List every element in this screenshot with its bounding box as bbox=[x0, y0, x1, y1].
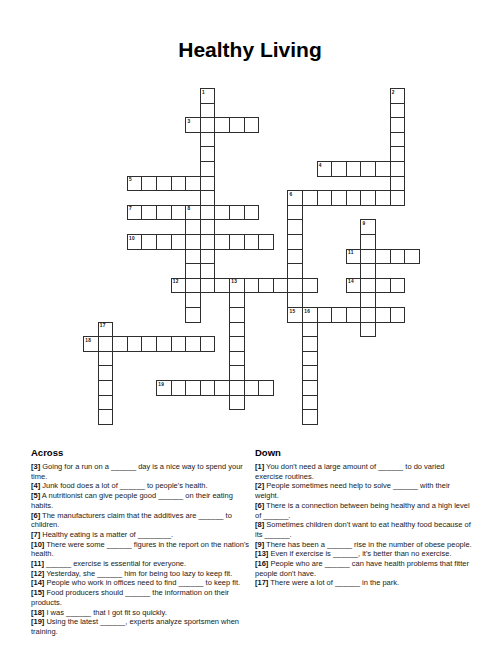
down-clue-list: [1] You don't need a large amount of ___… bbox=[255, 462, 473, 588]
cell-number: 18 bbox=[85, 338, 91, 343]
grid-cell[interactable] bbox=[171, 205, 187, 221]
grid-cell[interactable] bbox=[360, 278, 376, 294]
grid-cell[interactable] bbox=[200, 380, 216, 396]
grid-cell[interactable] bbox=[156, 205, 172, 221]
grid-cell[interactable] bbox=[302, 365, 318, 381]
grid-cell[interactable] bbox=[171, 336, 187, 352]
grid-cell[interactable] bbox=[214, 117, 230, 133]
grid-cell[interactable] bbox=[302, 351, 318, 367]
grid-cell[interactable] bbox=[360, 322, 376, 338]
clue-number: [6] bbox=[255, 501, 264, 510]
grid-cell[interactable] bbox=[200, 249, 216, 265]
grid-cell[interactable]: 11 bbox=[346, 249, 362, 265]
grid-cell[interactable] bbox=[200, 205, 216, 221]
grid-cell[interactable] bbox=[171, 380, 187, 396]
grid-cell[interactable]: 10 bbox=[127, 234, 143, 250]
grid-cell[interactable] bbox=[185, 292, 201, 308]
grid-cell[interactable]: 4 bbox=[317, 161, 333, 177]
grid-cell[interactable] bbox=[244, 117, 260, 133]
clue: [3] Going for a run on a ______ day is a… bbox=[31, 462, 251, 481]
grid-cell[interactable] bbox=[360, 307, 376, 323]
clue: [11] ______ exercise is essential for ev… bbox=[31, 559, 251, 569]
clue-number: [10] bbox=[31, 540, 44, 549]
grid-cell[interactable] bbox=[287, 263, 303, 279]
grid-cell[interactable] bbox=[229, 292, 245, 308]
clue: [17] There were a lot of ______ in the p… bbox=[255, 578, 473, 588]
grid-cell[interactable]: 6 bbox=[287, 190, 303, 206]
grid-cell[interactable] bbox=[185, 234, 201, 250]
grid-cell[interactable] bbox=[98, 409, 114, 425]
clue: [4] Junk food does a lot of ______ to pe… bbox=[31, 481, 251, 491]
clue-number: [4] bbox=[31, 481, 40, 490]
down-header: Down bbox=[255, 447, 473, 458]
clue: [7] Healthy eating is a matter of ______… bbox=[31, 530, 251, 540]
clue-number: [7] bbox=[31, 530, 40, 539]
grid-cell[interactable] bbox=[287, 278, 303, 294]
grid-cell[interactable]: 1 bbox=[200, 88, 216, 104]
grid-cell[interactable] bbox=[229, 307, 245, 323]
across-clues-section: Across [3] Going for a run on a ______ d… bbox=[31, 447, 251, 637]
grid-cell[interactable] bbox=[404, 249, 420, 265]
grid-cell[interactable] bbox=[200, 263, 216, 279]
clue: [8] Sometimes children don't want to eat… bbox=[255, 520, 473, 539]
grid-cell[interactable] bbox=[287, 205, 303, 221]
grid-cell[interactable] bbox=[390, 103, 406, 119]
grid-cell[interactable] bbox=[331, 190, 347, 206]
across-clue-list: [3] Going for a run on a ______ day is a… bbox=[31, 462, 251, 637]
cell-number: 7 bbox=[129, 206, 132, 211]
grid-cell[interactable] bbox=[360, 234, 376, 250]
grid-cell[interactable]: 14 bbox=[346, 278, 362, 294]
clue: [15] Food producers should ______ the in… bbox=[31, 588, 251, 607]
puzzle-title: Healthy Living bbox=[0, 38, 500, 62]
cell-number: 8 bbox=[187, 206, 190, 211]
grid-cell[interactable] bbox=[331, 307, 347, 323]
clue: [14] People who work in offices need to … bbox=[31, 578, 251, 588]
grid-cell[interactable] bbox=[360, 190, 376, 206]
grid-cell[interactable] bbox=[214, 234, 230, 250]
grid-cell[interactable] bbox=[156, 176, 172, 192]
grid-cell[interactable] bbox=[214, 380, 230, 396]
grid-cell[interactable] bbox=[302, 278, 318, 294]
grid-cell[interactable] bbox=[141, 234, 157, 250]
grid-cell[interactable]: 3 bbox=[185, 117, 201, 133]
grid-cell[interactable] bbox=[185, 219, 201, 235]
cell-number: 14 bbox=[348, 279, 354, 284]
clue: [18] I was ______ that I got fit so quic… bbox=[31, 608, 251, 618]
clue: [1] You don't need a large amount of ___… bbox=[255, 462, 473, 481]
crossword-grid: 12345678910111213141516171819 bbox=[83, 88, 421, 426]
grid-cell[interactable] bbox=[229, 336, 245, 352]
cell-number: 19 bbox=[158, 382, 164, 387]
grid-cell[interactable] bbox=[229, 365, 245, 381]
grid-cell[interactable] bbox=[244, 205, 260, 221]
cell-number: 12 bbox=[173, 279, 179, 284]
grid-cell[interactable] bbox=[375, 278, 391, 294]
grid-cell[interactable] bbox=[390, 176, 406, 192]
grid-cell[interactable] bbox=[156, 234, 172, 250]
grid-cell[interactable] bbox=[375, 190, 391, 206]
clue-number: [2] bbox=[255, 481, 264, 490]
cell-number: 4 bbox=[319, 163, 322, 168]
grid-cell[interactable] bbox=[141, 336, 157, 352]
grid-cell[interactable] bbox=[185, 380, 201, 396]
grid-cell[interactable] bbox=[258, 234, 274, 250]
cell-number: 3 bbox=[187, 119, 190, 124]
cell-number: 9 bbox=[363, 221, 366, 226]
clue: [13] Even if exercise is ______, it's be… bbox=[255, 549, 473, 559]
grid-cell[interactable]: 2 bbox=[390, 88, 406, 104]
grid-cell[interactable] bbox=[273, 278, 289, 294]
clue-number: [8] bbox=[255, 520, 264, 529]
grid-cell[interactable]: 16 bbox=[302, 307, 318, 323]
grid-cell[interactable] bbox=[171, 234, 187, 250]
grid-cell[interactable] bbox=[346, 190, 362, 206]
grid-cell[interactable]: 13 bbox=[229, 278, 245, 294]
grid-cell[interactable] bbox=[317, 307, 333, 323]
grid-cell[interactable] bbox=[229, 322, 245, 338]
down-clues-section: Down [1] You don't need a large amount o… bbox=[255, 447, 473, 588]
clue: [2] People sometimes need help to solve … bbox=[255, 481, 473, 500]
grid-cell[interactable] bbox=[214, 205, 230, 221]
clue-number: [15] bbox=[31, 588, 44, 597]
grid-cell[interactable]: 12 bbox=[171, 278, 187, 294]
grid-cell[interactable] bbox=[302, 336, 318, 352]
grid-cell[interactable] bbox=[390, 278, 406, 294]
grid-cell[interactable] bbox=[171, 176, 187, 192]
clue: [16] People who are ______ can have heal… bbox=[255, 559, 473, 578]
grid-cell[interactable]: 15 bbox=[287, 307, 303, 323]
cell-number: 13 bbox=[231, 279, 237, 284]
grid-cell[interactable] bbox=[200, 161, 216, 177]
clue-number: [17] bbox=[255, 578, 268, 587]
grid-cell[interactable] bbox=[127, 336, 143, 352]
grid-cell[interactable] bbox=[200, 132, 216, 148]
grid-cell[interactable] bbox=[375, 249, 391, 265]
grid-cell[interactable] bbox=[317, 190, 333, 206]
grid-cell[interactable] bbox=[185, 263, 201, 279]
grid-cell[interactable] bbox=[200, 190, 216, 206]
grid-cell[interactable] bbox=[360, 292, 376, 308]
grid-cell[interactable] bbox=[287, 234, 303, 250]
grid-cell[interactable] bbox=[302, 380, 318, 396]
clue-number: [5] bbox=[31, 491, 40, 500]
cell-number: 1 bbox=[202, 90, 205, 95]
grid-cell[interactable] bbox=[185, 307, 201, 323]
grid-cell[interactable] bbox=[185, 176, 201, 192]
grid-cell[interactable]: 5 bbox=[127, 176, 143, 192]
grid-cell[interactable] bbox=[390, 249, 406, 265]
grid-cell[interactable] bbox=[200, 117, 216, 133]
cell-number: 15 bbox=[290, 309, 296, 314]
cell-number: 2 bbox=[392, 90, 395, 95]
grid-cell[interactable] bbox=[390, 307, 406, 323]
grid-cell[interactable] bbox=[200, 234, 216, 250]
grid-cell[interactable]: 7 bbox=[127, 205, 143, 221]
grid-cell[interactable] bbox=[185, 278, 201, 294]
grid-cell[interactable]: 9 bbox=[360, 219, 376, 235]
clue: [19] Using the latest ______, experts an… bbox=[31, 617, 251, 636]
cell-number: 10 bbox=[129, 236, 135, 241]
clue-number: [11] bbox=[31, 559, 44, 568]
grid-cell[interactable] bbox=[141, 176, 157, 192]
cell-number: 6 bbox=[290, 192, 293, 197]
grid-cell[interactable] bbox=[346, 161, 362, 177]
cell-number: 5 bbox=[129, 177, 132, 182]
grid-cell[interactable] bbox=[390, 161, 406, 177]
grid-cell[interactable] bbox=[200, 278, 216, 294]
grid-cell[interactable] bbox=[244, 278, 260, 294]
grid-cell[interactable] bbox=[200, 146, 216, 162]
across-header: Across bbox=[31, 447, 251, 458]
grid-cell[interactable] bbox=[390, 190, 406, 206]
grid-cell[interactable] bbox=[98, 380, 114, 396]
clue: [10] There were some ______ figures in t… bbox=[31, 540, 251, 559]
grid-cell[interactable] bbox=[112, 336, 128, 352]
grid-cell[interactable] bbox=[244, 380, 260, 396]
grid-cell[interactable] bbox=[287, 219, 303, 235]
clue-number: [13] bbox=[255, 549, 268, 558]
cell-number: 11 bbox=[348, 250, 354, 255]
grid-cell[interactable] bbox=[302, 322, 318, 338]
grid-cell[interactable] bbox=[229, 234, 245, 250]
grid-cell[interactable] bbox=[287, 249, 303, 265]
grid-cell[interactable] bbox=[185, 249, 201, 265]
clue-number: [9] bbox=[255, 540, 264, 549]
grid-cell[interactable] bbox=[302, 395, 318, 411]
clue-number: [18] bbox=[31, 608, 44, 617]
clue: [5] A nutritionist can give people good … bbox=[31, 491, 251, 510]
grid-cell[interactable] bbox=[287, 292, 303, 308]
grid-cell[interactable] bbox=[244, 234, 260, 250]
grid-cell[interactable] bbox=[346, 307, 362, 323]
clue: [6] There is a connection between being … bbox=[255, 501, 473, 520]
grid-cell[interactable] bbox=[185, 336, 201, 352]
grid-cell[interactable] bbox=[214, 278, 230, 294]
grid-cell[interactable]: 18 bbox=[83, 336, 99, 352]
cell-number: 16 bbox=[304, 309, 310, 314]
grid-cell[interactable] bbox=[229, 117, 245, 133]
grid-cell[interactable] bbox=[375, 307, 391, 323]
grid-cell[interactable] bbox=[156, 336, 172, 352]
grid-cell[interactable] bbox=[98, 395, 114, 411]
grid-cell[interactable] bbox=[360, 161, 376, 177]
grid-cell[interactable]: 17 bbox=[98, 322, 114, 338]
grid-cell[interactable] bbox=[390, 117, 406, 133]
clue-number: [6] bbox=[31, 511, 40, 520]
grid-cell[interactable]: 8 bbox=[185, 205, 201, 221]
grid-cell[interactable] bbox=[331, 161, 347, 177]
grid-cell[interactable] bbox=[141, 205, 157, 221]
grid-cell[interactable] bbox=[390, 132, 406, 148]
grid-cell[interactable] bbox=[98, 336, 114, 352]
grid-cell[interactable] bbox=[200, 219, 216, 235]
grid-cell[interactable] bbox=[258, 380, 274, 396]
grid-cell[interactable] bbox=[229, 205, 245, 221]
grid-cell[interactable] bbox=[360, 263, 376, 279]
grid-cell[interactable]: 19 bbox=[156, 380, 172, 396]
cell-number: 17 bbox=[100, 323, 106, 328]
clue: [12] Yesterday, she ______ him for being… bbox=[31, 569, 251, 579]
grid-cell[interactable] bbox=[98, 365, 114, 381]
grid-cell[interactable] bbox=[302, 409, 318, 425]
grid-cell[interactable] bbox=[229, 351, 245, 367]
clue-number: [1] bbox=[255, 462, 264, 471]
grid-cell[interactable] bbox=[229, 380, 245, 396]
grid-cell[interactable] bbox=[200, 176, 216, 192]
clue-number: [14] bbox=[31, 578, 44, 587]
grid-cell[interactable] bbox=[200, 336, 216, 352]
clue-number: [19] bbox=[31, 617, 44, 626]
grid-cell[interactable] bbox=[200, 103, 216, 119]
grid-cell[interactable] bbox=[229, 395, 245, 411]
grid-cell[interactable] bbox=[375, 161, 391, 177]
grid-cell[interactable] bbox=[390, 146, 406, 162]
clue-number: [3] bbox=[31, 462, 40, 471]
clue-number: [12] bbox=[31, 569, 44, 578]
clue: [9] There has been a ______ rise in the … bbox=[255, 540, 473, 550]
clue-number: [16] bbox=[255, 559, 268, 568]
grid-cell[interactable] bbox=[360, 249, 376, 265]
page: Healthy Living 1234567891011121314151617… bbox=[0, 0, 500, 647]
grid-cell[interactable] bbox=[258, 278, 274, 294]
grid-cell[interactable] bbox=[98, 351, 114, 367]
clue: [6] The manufacturers claim that the add… bbox=[31, 511, 251, 530]
grid-cell[interactable] bbox=[302, 190, 318, 206]
